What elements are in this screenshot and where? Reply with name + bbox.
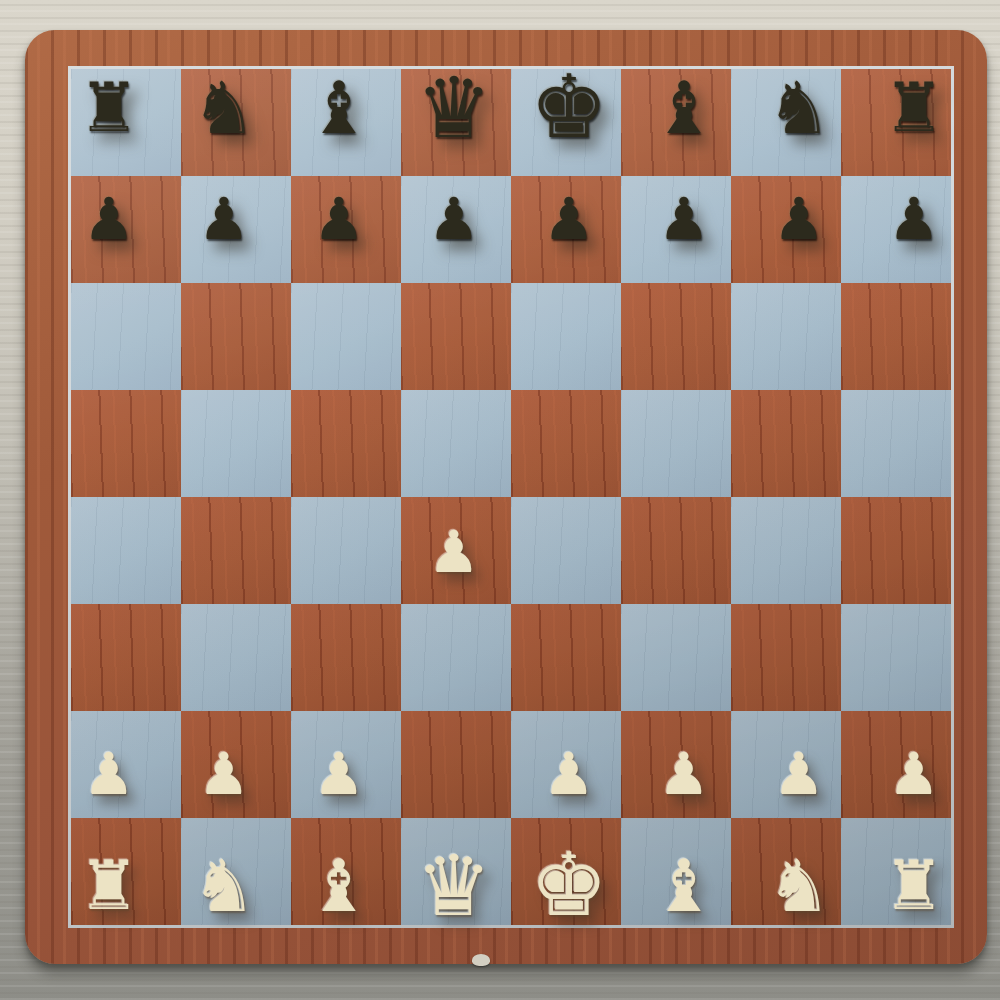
piece-black-rook[interactable]: ♜ xyxy=(859,54,969,161)
piece-black-pawn[interactable]: ♟ xyxy=(399,165,509,272)
piece-white-pawn[interactable]: ♟ xyxy=(284,720,394,827)
square-d2[interactable] xyxy=(401,711,511,818)
square-d4[interactable]: ♟ xyxy=(401,497,511,604)
square-a6[interactable] xyxy=(71,283,181,390)
square-f1[interactable]: ♝ xyxy=(621,818,731,925)
piece-white-king[interactable]: ♚ xyxy=(514,832,624,939)
square-h6[interactable] xyxy=(841,283,951,390)
square-a3[interactable] xyxy=(71,604,181,711)
square-e7[interactable]: ♟ xyxy=(511,176,621,283)
piece-white-pawn[interactable]: ♟ xyxy=(859,720,969,827)
square-c3[interactable] xyxy=(291,604,401,711)
square-e6[interactable] xyxy=(511,283,621,390)
square-d3[interactable] xyxy=(401,604,511,711)
piece-white-pawn[interactable]: ♟ xyxy=(54,720,164,827)
square-b4[interactable] xyxy=(181,497,291,604)
square-g3[interactable] xyxy=(731,604,841,711)
square-f5[interactable] xyxy=(621,390,731,497)
piece-black-pawn[interactable]: ♟ xyxy=(629,165,739,272)
square-c5[interactable] xyxy=(291,390,401,497)
piece-black-knight[interactable]: ♞ xyxy=(169,54,279,161)
piece-black-pawn[interactable]: ♟ xyxy=(859,165,969,272)
piece-black-pawn[interactable]: ♟ xyxy=(284,165,394,272)
square-g1[interactable]: ♞ xyxy=(731,818,841,925)
square-a1[interactable]: ♜ xyxy=(71,818,181,925)
square-d6[interactable] xyxy=(401,283,511,390)
square-a2[interactable]: ♟ xyxy=(71,711,181,818)
square-h4[interactable] xyxy=(841,497,951,604)
square-a7[interactable]: ♟ xyxy=(71,176,181,283)
square-e4[interactable] xyxy=(511,497,621,604)
piece-black-bishop[interactable]: ♝ xyxy=(629,54,739,161)
piece-white-rook[interactable]: ♜ xyxy=(859,832,969,939)
piece-white-pawn[interactable]: ♟ xyxy=(744,720,854,827)
square-h7[interactable]: ♟ xyxy=(841,176,951,283)
square-e1[interactable]: ♚ xyxy=(511,818,621,925)
square-h2[interactable]: ♟ xyxy=(841,711,951,818)
board-clasp xyxy=(472,954,490,966)
square-b3[interactable] xyxy=(181,604,291,711)
square-d5[interactable] xyxy=(401,390,511,497)
square-c4[interactable] xyxy=(291,497,401,604)
square-h1[interactable]: ♜ xyxy=(841,818,951,925)
piece-white-rook[interactable]: ♜ xyxy=(54,832,164,939)
square-f7[interactable]: ♟ xyxy=(621,176,731,283)
piece-black-rook[interactable]: ♜ xyxy=(54,54,164,161)
square-b6[interactable] xyxy=(181,283,291,390)
square-f8[interactable]: ♝ xyxy=(621,69,731,176)
piece-white-pawn[interactable]: ♟ xyxy=(169,720,279,827)
square-f6[interactable] xyxy=(621,283,731,390)
square-b7[interactable]: ♟ xyxy=(181,176,291,283)
square-d8[interactable]: ♛ xyxy=(401,69,511,176)
square-b2[interactable]: ♟ xyxy=(181,711,291,818)
square-h8[interactable]: ♜ xyxy=(841,69,951,176)
square-a8[interactable]: ♜ xyxy=(71,69,181,176)
square-e5[interactable] xyxy=(511,390,621,497)
square-f3[interactable] xyxy=(621,604,731,711)
square-c6[interactable] xyxy=(291,283,401,390)
square-g2[interactable]: ♟ xyxy=(731,711,841,818)
square-b5[interactable] xyxy=(181,390,291,497)
piece-black-queen[interactable]: ♛ xyxy=(399,54,509,161)
square-g8[interactable]: ♞ xyxy=(731,69,841,176)
square-e8[interactable]: ♚ xyxy=(511,69,621,176)
square-h3[interactable] xyxy=(841,604,951,711)
square-a4[interactable] xyxy=(71,497,181,604)
square-c1[interactable]: ♝ xyxy=(291,818,401,925)
piece-white-queen[interactable]: ♛ xyxy=(399,832,509,939)
square-f4[interactable] xyxy=(621,497,731,604)
piece-black-knight[interactable]: ♞ xyxy=(744,54,854,161)
square-h5[interactable] xyxy=(841,390,951,497)
square-c8[interactable]: ♝ xyxy=(291,69,401,176)
piece-white-knight[interactable]: ♞ xyxy=(744,832,854,939)
square-b8[interactable]: ♞ xyxy=(181,69,291,176)
chess-board: ♜♞♝♛♚♝♞♜♟♟♟♟♟♟♟♟♟♟♟♟♟♟♟♟♜♞♝♛♚♝♞♜ xyxy=(25,30,987,964)
piece-black-pawn[interactable]: ♟ xyxy=(169,165,279,272)
piece-black-king[interactable]: ♚ xyxy=(514,54,624,161)
board-grid: ♜♞♝♛♚♝♞♜♟♟♟♟♟♟♟♟♟♟♟♟♟♟♟♟♜♞♝♛♚♝♞♜ xyxy=(68,66,954,928)
piece-black-bishop[interactable]: ♝ xyxy=(284,54,394,161)
piece-black-pawn[interactable]: ♟ xyxy=(744,165,854,272)
table-surface: ♜♞♝♛♚♝♞♜♟♟♟♟♟♟♟♟♟♟♟♟♟♟♟♟♜♞♝♛♚♝♞♜ xyxy=(0,0,1000,1000)
square-d1[interactable]: ♛ xyxy=(401,818,511,925)
square-a5[interactable] xyxy=(71,390,181,497)
square-g5[interactable] xyxy=(731,390,841,497)
square-f2[interactable]: ♟ xyxy=(621,711,731,818)
piece-black-pawn[interactable]: ♟ xyxy=(514,165,624,272)
square-b1[interactable]: ♞ xyxy=(181,818,291,925)
piece-white-bishop[interactable]: ♝ xyxy=(629,832,739,939)
piece-white-pawn[interactable]: ♟ xyxy=(399,498,509,605)
square-g6[interactable] xyxy=(731,283,841,390)
piece-white-knight[interactable]: ♞ xyxy=(169,832,279,939)
square-g4[interactable] xyxy=(731,497,841,604)
piece-white-pawn[interactable]: ♟ xyxy=(629,720,739,827)
square-c7[interactable]: ♟ xyxy=(291,176,401,283)
piece-white-bishop[interactable]: ♝ xyxy=(284,832,394,939)
square-e3[interactable] xyxy=(511,604,621,711)
square-e2[interactable]: ♟ xyxy=(511,711,621,818)
piece-white-pawn[interactable]: ♟ xyxy=(514,720,624,827)
square-g7[interactable]: ♟ xyxy=(731,176,841,283)
square-d7[interactable]: ♟ xyxy=(401,176,511,283)
piece-black-pawn[interactable]: ♟ xyxy=(54,165,164,272)
square-c2[interactable]: ♟ xyxy=(291,711,401,818)
